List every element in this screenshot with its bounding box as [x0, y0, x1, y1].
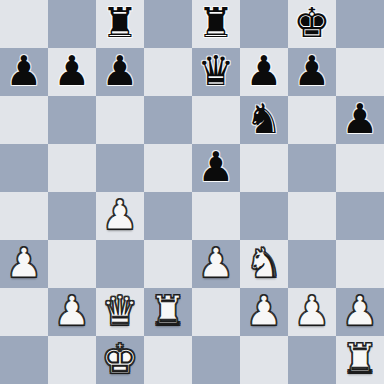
square-g3[interactable]	[288, 240, 336, 288]
square-e4[interactable]	[192, 192, 240, 240]
square-h2[interactable]: ♟	[336, 288, 384, 336]
square-c3[interactable]	[96, 240, 144, 288]
square-b4[interactable]	[48, 192, 96, 240]
square-f7[interactable]: ♟	[240, 48, 288, 96]
piece-white-pawn[interactable]: ♟	[54, 287, 91, 335]
piece-black-rook[interactable]: ♜	[198, 0, 235, 47]
square-d3[interactable]	[144, 240, 192, 288]
square-e5[interactable]: ♟	[192, 144, 240, 192]
square-c8[interactable]: ♜	[96, 0, 144, 48]
piece-white-rook[interactable]: ♜	[150, 287, 187, 335]
square-h3[interactable]	[336, 240, 384, 288]
square-g8[interactable]: ♚	[288, 0, 336, 48]
square-b2[interactable]: ♟	[48, 288, 96, 336]
piece-white-pawn[interactable]: ♟	[102, 191, 139, 239]
square-b5[interactable]	[48, 144, 96, 192]
piece-black-knight[interactable]: ♞	[246, 95, 283, 143]
square-e3[interactable]: ♟	[192, 240, 240, 288]
square-b8[interactable]	[48, 0, 96, 48]
square-f3[interactable]: ♞	[240, 240, 288, 288]
square-a8[interactable]	[0, 0, 48, 48]
piece-black-pawn[interactable]: ♟	[246, 47, 283, 95]
square-a7[interactable]: ♟	[0, 48, 48, 96]
square-e1[interactable]	[192, 336, 240, 384]
square-c2[interactable]: ♛	[96, 288, 144, 336]
square-d7[interactable]	[144, 48, 192, 96]
square-f6[interactable]: ♞	[240, 96, 288, 144]
piece-white-queen[interactable]: ♛	[102, 287, 139, 335]
square-h7[interactable]	[336, 48, 384, 96]
piece-black-king[interactable]: ♚	[294, 0, 331, 47]
square-a5[interactable]	[0, 144, 48, 192]
square-e8[interactable]: ♜	[192, 0, 240, 48]
square-f1[interactable]	[240, 336, 288, 384]
square-a4[interactable]	[0, 192, 48, 240]
piece-white-pawn[interactable]: ♟	[246, 287, 283, 335]
piece-black-pawn[interactable]: ♟	[54, 47, 91, 95]
square-c5[interactable]	[96, 144, 144, 192]
square-e6[interactable]	[192, 96, 240, 144]
square-e7[interactable]: ♛	[192, 48, 240, 96]
piece-white-knight[interactable]: ♞	[246, 239, 283, 287]
square-c1[interactable]: ♚	[96, 336, 144, 384]
piece-white-pawn[interactable]: ♟	[294, 287, 331, 335]
square-h1[interactable]: ♜	[336, 336, 384, 384]
square-h5[interactable]	[336, 144, 384, 192]
square-d1[interactable]	[144, 336, 192, 384]
piece-black-queen[interactable]: ♛	[198, 47, 235, 95]
square-f5[interactable]	[240, 144, 288, 192]
square-b1[interactable]	[48, 336, 96, 384]
square-b3[interactable]	[48, 240, 96, 288]
square-a3[interactable]: ♟	[0, 240, 48, 288]
piece-white-rook[interactable]: ♜	[342, 335, 379, 383]
square-f8[interactable]	[240, 0, 288, 48]
square-a2[interactable]	[0, 288, 48, 336]
square-f4[interactable]	[240, 192, 288, 240]
square-b7[interactable]: ♟	[48, 48, 96, 96]
square-g6[interactable]	[288, 96, 336, 144]
square-c7[interactable]: ♟	[96, 48, 144, 96]
square-d5[interactable]	[144, 144, 192, 192]
piece-black-pawn[interactable]: ♟	[294, 47, 331, 95]
square-f2[interactable]: ♟	[240, 288, 288, 336]
square-c4[interactable]: ♟	[96, 192, 144, 240]
square-c6[interactable]	[96, 96, 144, 144]
square-e2[interactable]	[192, 288, 240, 336]
square-d8[interactable]	[144, 0, 192, 48]
piece-black-pawn[interactable]: ♟	[6, 47, 43, 95]
piece-white-pawn[interactable]: ♟	[6, 239, 43, 287]
piece-black-pawn[interactable]: ♟	[342, 95, 379, 143]
square-g1[interactable]	[288, 336, 336, 384]
square-b6[interactable]	[48, 96, 96, 144]
chess-board: ♜♜♚♟♟♟♛♟♟♞♟♟♟♟♟♞♟♛♜♟♟♟♚♜	[0, 0, 384, 384]
piece-white-pawn[interactable]: ♟	[342, 287, 379, 335]
square-g7[interactable]: ♟	[288, 48, 336, 96]
square-a6[interactable]	[0, 96, 48, 144]
piece-white-king[interactable]: ♚	[102, 335, 139, 383]
square-h4[interactable]	[336, 192, 384, 240]
piece-black-pawn[interactable]: ♟	[102, 47, 139, 95]
square-d2[interactable]: ♜	[144, 288, 192, 336]
square-h8[interactable]	[336, 0, 384, 48]
square-g5[interactable]	[288, 144, 336, 192]
square-d6[interactable]	[144, 96, 192, 144]
piece-white-pawn[interactable]: ♟	[198, 239, 235, 287]
square-g4[interactable]	[288, 192, 336, 240]
square-g2[interactable]: ♟	[288, 288, 336, 336]
square-h6[interactable]: ♟	[336, 96, 384, 144]
square-d4[interactable]	[144, 192, 192, 240]
square-a1[interactable]	[0, 336, 48, 384]
piece-black-rook[interactable]: ♜	[102, 0, 139, 47]
piece-black-pawn[interactable]: ♟	[198, 143, 235, 191]
